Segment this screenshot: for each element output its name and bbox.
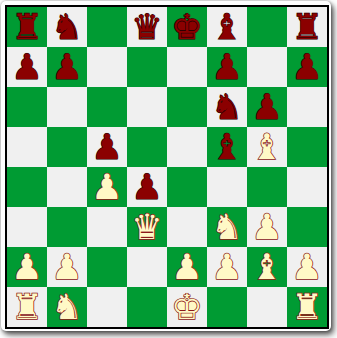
square-b3[interactable]	[47, 207, 87, 247]
square-g5[interactable]: ♝	[247, 127, 287, 167]
square-f7[interactable]: ♟	[207, 47, 247, 87]
square-e5[interactable]	[167, 127, 207, 167]
piece-black-bishop[interactable]: ♝	[207, 127, 247, 167]
piece-white-pawn[interactable]: ♟	[207, 247, 247, 287]
square-e7[interactable]	[167, 47, 207, 87]
square-g8[interactable]	[247, 7, 287, 47]
square-c5[interactable]: ♟	[87, 127, 127, 167]
square-d6[interactable]	[127, 87, 167, 127]
piece-black-king[interactable]: ♚	[167, 7, 207, 47]
square-f5[interactable]: ♝	[207, 127, 247, 167]
square-h1[interactable]: ♜	[287, 287, 327, 327]
square-e2[interactable]: ♟	[167, 247, 207, 287]
piece-white-pawn[interactable]: ♟	[47, 247, 87, 287]
square-b5[interactable]	[47, 127, 87, 167]
square-g3[interactable]: ♟	[247, 207, 287, 247]
piece-black-pawn[interactable]: ♟	[287, 47, 327, 87]
square-a5[interactable]	[7, 127, 47, 167]
piece-black-rook[interactable]: ♜	[7, 7, 47, 47]
square-e4[interactable]	[167, 167, 207, 207]
square-h5[interactable]	[287, 127, 327, 167]
square-g7[interactable]	[247, 47, 287, 87]
square-a8[interactable]: ♜	[7, 7, 47, 47]
square-h4[interactable]	[287, 167, 327, 207]
piece-white-pawn[interactable]: ♟	[167, 247, 207, 287]
square-e6[interactable]	[167, 87, 207, 127]
square-c1[interactable]	[87, 287, 127, 327]
square-d5[interactable]	[127, 127, 167, 167]
square-e1[interactable]: ♚	[167, 287, 207, 327]
square-h7[interactable]: ♟	[287, 47, 327, 87]
square-e3[interactable]	[167, 207, 207, 247]
square-c4[interactable]: ♟	[87, 167, 127, 207]
piece-white-rook[interactable]: ♜	[7, 287, 47, 327]
piece-black-pawn[interactable]: ♟	[247, 87, 287, 127]
square-b1[interactable]: ♞	[47, 287, 87, 327]
piece-white-bishop[interactable]: ♝	[247, 127, 287, 167]
piece-black-pawn[interactable]: ♟	[7, 47, 47, 87]
piece-white-king[interactable]: ♚	[167, 287, 207, 327]
piece-white-queen[interactable]: ♛	[127, 207, 167, 247]
piece-black-knight[interactable]: ♞	[47, 7, 87, 47]
square-c8[interactable]	[87, 7, 127, 47]
square-c7[interactable]	[87, 47, 127, 87]
screenshot-root: { "game": "chess", "position": { "fen": …	[0, 0, 337, 338]
piece-black-pawn[interactable]: ♟	[127, 167, 167, 207]
piece-black-pawn[interactable]: ♟	[207, 47, 247, 87]
square-h2[interactable]: ♟	[287, 247, 327, 287]
square-f2[interactable]: ♟	[207, 247, 247, 287]
square-e8[interactable]: ♚	[167, 7, 207, 47]
square-a7[interactable]: ♟	[7, 47, 47, 87]
square-d2[interactable]	[127, 247, 167, 287]
square-b6[interactable]	[47, 87, 87, 127]
square-g2[interactable]: ♝	[247, 247, 287, 287]
square-b8[interactable]: ♞	[47, 7, 87, 47]
piece-black-pawn[interactable]: ♟	[47, 47, 87, 87]
chess-board: ♜♞♛♚♝♜♟♟♟♟♞♟♟♝♝♟♟♛♞♟♟♟♟♟♝♟♜♞♚♜	[5, 5, 329, 329]
square-h6[interactable]	[287, 87, 327, 127]
square-a4[interactable]	[7, 167, 47, 207]
piece-white-pawn[interactable]: ♟	[287, 247, 327, 287]
square-b4[interactable]	[47, 167, 87, 207]
square-d3[interactable]: ♛	[127, 207, 167, 247]
square-c2[interactable]	[87, 247, 127, 287]
square-f1[interactable]	[207, 287, 247, 327]
square-a2[interactable]: ♟	[7, 247, 47, 287]
square-g4[interactable]	[247, 167, 287, 207]
square-b7[interactable]: ♟	[47, 47, 87, 87]
board-window-frame: ♜♞♛♚♝♜♟♟♟♟♞♟♟♝♝♟♟♛♞♟♟♟♟♟♝♟♜♞♚♜	[1, 1, 331, 331]
piece-white-knight[interactable]: ♞	[47, 287, 87, 327]
piece-black-pawn[interactable]: ♟	[87, 127, 127, 167]
square-a6[interactable]	[7, 87, 47, 127]
piece-white-bishop[interactable]: ♝	[247, 247, 287, 287]
square-f6[interactable]: ♞	[207, 87, 247, 127]
square-h3[interactable]	[287, 207, 327, 247]
piece-black-knight[interactable]: ♞	[207, 87, 247, 127]
square-a3[interactable]	[7, 207, 47, 247]
square-g1[interactable]	[247, 287, 287, 327]
square-b2[interactable]: ♟	[47, 247, 87, 287]
square-f3[interactable]: ♞	[207, 207, 247, 247]
square-c3[interactable]	[87, 207, 127, 247]
square-a1[interactable]: ♜	[7, 287, 47, 327]
piece-white-pawn[interactable]: ♟	[7, 247, 47, 287]
square-d8[interactable]: ♛	[127, 7, 167, 47]
square-d1[interactable]	[127, 287, 167, 327]
square-d4[interactable]: ♟	[127, 167, 167, 207]
square-d7[interactable]	[127, 47, 167, 87]
piece-white-pawn[interactable]: ♟	[87, 167, 127, 207]
piece-white-rook[interactable]: ♜	[287, 287, 327, 327]
square-g6[interactable]: ♟	[247, 87, 287, 127]
piece-black-queen[interactable]: ♛	[127, 7, 167, 47]
square-h8[interactable]: ♜	[287, 7, 327, 47]
piece-white-pawn[interactable]: ♟	[247, 207, 287, 247]
piece-black-rook[interactable]: ♜	[287, 7, 327, 47]
square-c6[interactable]	[87, 87, 127, 127]
square-f8[interactable]: ♝	[207, 7, 247, 47]
square-f4[interactable]	[207, 167, 247, 207]
piece-white-knight[interactable]: ♞	[207, 207, 247, 247]
piece-black-bishop[interactable]: ♝	[207, 7, 247, 47]
